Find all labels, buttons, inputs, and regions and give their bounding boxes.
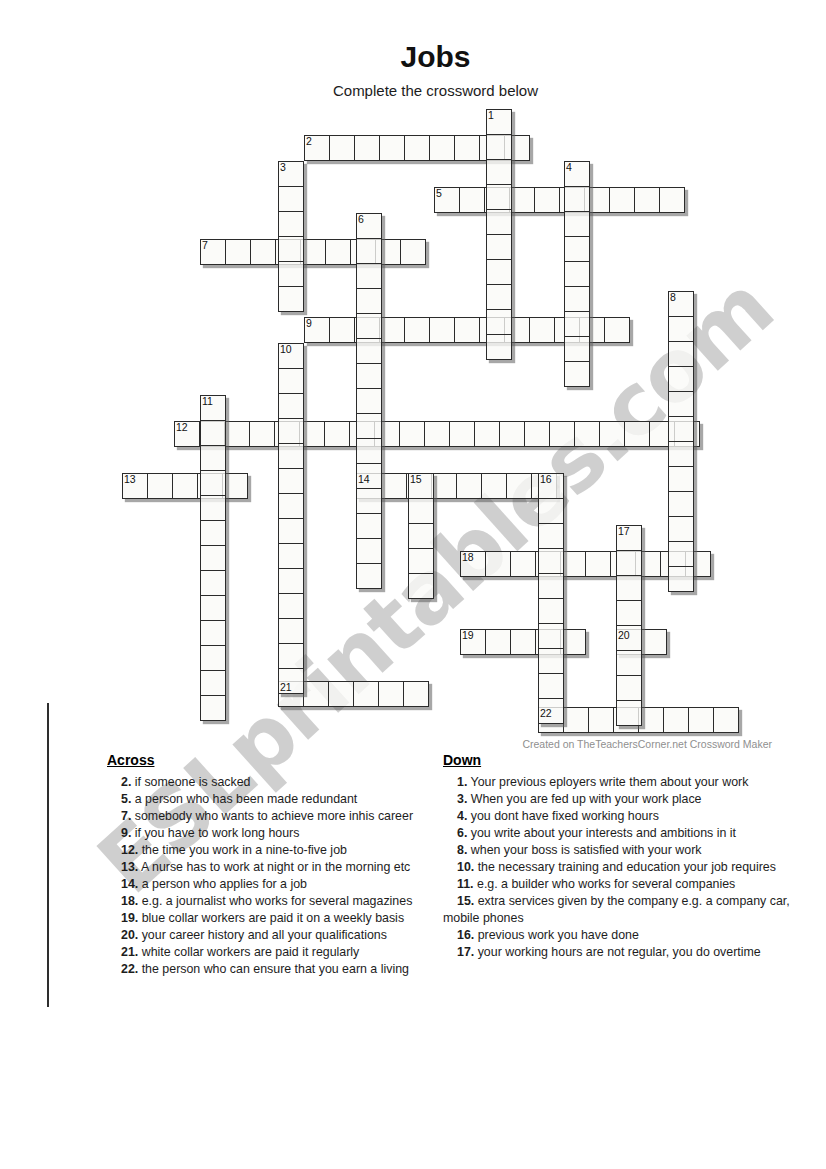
clue-number-19: 19: [462, 630, 474, 641]
down-header: Down: [443, 752, 791, 769]
clue-number-11: 11: [202, 396, 213, 407]
cell-r17-c14[interactable]: [485, 551, 511, 577]
cell-r9-c9[interactable]: [356, 338, 382, 364]
cell-r9-c21[interactable]: [668, 341, 694, 367]
cell-r20-c16[interactable]: [538, 623, 564, 649]
cell-r21-c19[interactable]: [616, 650, 642, 676]
cell-r19-c6[interactable]: [278, 593, 304, 619]
clue-number-12: 12: [176, 422, 188, 433]
cell-r15-c3[interactable]: [200, 495, 226, 521]
down-word-1: [486, 109, 512, 360]
page-subtitle: Complete the crossword below: [122, 82, 749, 99]
down-word-3: [278, 161, 304, 312]
down-word-4: [564, 161, 590, 387]
down-word-6: [356, 213, 382, 589]
across-word-14: [356, 473, 557, 499]
cell-r22-c7[interactable]: [303, 681, 329, 707]
down-clue-11: 11. e.g. a builder who works for several…: [443, 876, 791, 893]
cell-r14-c21[interactable]: [668, 466, 694, 492]
down-clue-17: 17. your working hours are not regular, …: [443, 944, 791, 961]
across-clue-20: 20. your career history and all your qua…: [107, 927, 453, 944]
cell-r5-c17[interactable]: [564, 236, 590, 262]
clue-number-10: 10: [280, 344, 292, 355]
across-clue-14: 14. a person who applies for a job: [107, 876, 453, 893]
cell-r23-c19[interactable]: [616, 700, 642, 726]
clue-number-8: 8: [670, 292, 676, 303]
cell-r12-c9[interactable]: [356, 413, 382, 439]
page-edge-line: [47, 703, 49, 1007]
cell-r17-c6[interactable]: [278, 543, 304, 569]
cell-r23-c23[interactable]: [713, 707, 739, 733]
cell-r8-c10[interactable]: [379, 317, 405, 343]
cell-r21-c6[interactable]: [278, 643, 304, 669]
cell-r15-c9[interactable]: [356, 488, 382, 514]
cell-r8-c14[interactable]: [486, 309, 512, 335]
cell-r13-c21[interactable]: [668, 441, 694, 467]
cell-r16-c11[interactable]: [408, 523, 434, 549]
cell-r14-c12[interactable]: [431, 473, 457, 499]
cell-r18-c21[interactable]: [668, 566, 694, 592]
across-clue-7: 7. somebody who wants to achieve more in…: [107, 808, 453, 825]
cell-r21-c3[interactable]: [200, 645, 226, 671]
cell-r23-c22[interactable]: [688, 707, 714, 733]
cell-r3-c20[interactable]: [634, 187, 660, 213]
cell-r22-c16[interactable]: [538, 673, 564, 699]
cell-r17-c3[interactable]: [200, 545, 226, 571]
cell-r10-c6[interactable]: [278, 368, 304, 394]
cell-r17-c16[interactable]: [538, 548, 564, 574]
down-clue-3: 3. When you are fed up with your work pl…: [443, 791, 791, 808]
clue-number-15: 15: [410, 474, 422, 485]
across-clue-12: 12. the time you work in a nine-to-five …: [107, 842, 453, 859]
cell-r6-c9[interactable]: [356, 263, 382, 289]
cell-r11-c6[interactable]: [278, 393, 304, 419]
cell-r18-c3[interactable]: [200, 570, 226, 596]
cell-r5-c4[interactable]: [225, 239, 251, 265]
cell-r12-c6[interactable]: [278, 418, 304, 444]
cell-r1-c12[interactable]: [429, 135, 455, 161]
cell-r8-c9[interactable]: [356, 313, 382, 339]
cell-r5-c5[interactable]: [250, 239, 276, 265]
cell-r12-c5[interactable]: [249, 421, 275, 447]
cell-r12-c20[interactable]: [624, 421, 650, 447]
cell-r3-c19[interactable]: [609, 187, 635, 213]
cell-r12-c15[interactable]: [499, 421, 525, 447]
across-header: Across: [107, 752, 453, 769]
cell-r19-c16[interactable]: [538, 598, 564, 624]
cell-r5-c6[interactable]: [278, 236, 304, 262]
cell-r15-c21[interactable]: [668, 491, 694, 517]
cell-r6-c17[interactable]: [564, 261, 590, 287]
cell-r20-c20[interactable]: [641, 629, 667, 655]
clue-number-3: 3: [280, 162, 286, 173]
down-word-17: [616, 525, 642, 726]
clue-number-17: 17: [618, 526, 630, 537]
cell-r15-c16[interactable]: [538, 498, 564, 524]
cell-r3-c14[interactable]: [486, 184, 512, 210]
down-clue-6: 6. you write about your interests and am…: [443, 825, 791, 842]
cell-r22-c19[interactable]: [616, 675, 642, 701]
down-clue-1: 1. Your previous eployers write them abo…: [443, 774, 791, 791]
cell-r10-c17[interactable]: [564, 361, 590, 387]
down-word-8: [668, 291, 694, 592]
cell-r15-c6[interactable]: [278, 493, 304, 519]
cell-r19-c3[interactable]: [200, 595, 226, 621]
cell-r12-c14[interactable]: [474, 421, 500, 447]
cell-r9-c17[interactable]: [564, 336, 590, 362]
down-clue-16: 16. previous work you have done: [443, 927, 791, 944]
across-clue-list: 2. if someone is sacked5. a person who h…: [107, 774, 453, 978]
cell-r7-c6[interactable]: [278, 286, 304, 312]
clue-number-13: 13: [124, 474, 136, 485]
cell-r5-c9[interactable]: [356, 238, 382, 264]
cell-r17-c21[interactable]: [668, 541, 694, 567]
cell-r16-c3[interactable]: [200, 520, 226, 546]
cell-r8-c16[interactable]: [529, 317, 555, 343]
cell-r15-c11[interactable]: [408, 498, 434, 524]
cell-r6-c14[interactable]: [486, 259, 512, 285]
clue-number-18: 18: [462, 552, 474, 563]
cell-r5-c11[interactable]: [400, 239, 426, 265]
across-clues-section: Across 2. if someone is sacked5. a perso…: [107, 752, 453, 978]
cell-r12-c18[interactable]: [574, 421, 600, 447]
cell-r18-c9[interactable]: [356, 563, 382, 589]
cell-r12-c3[interactable]: [200, 420, 226, 446]
across-clue-19: 19. blue collar workers are paid it on a…: [107, 910, 453, 927]
cell-r18-c11[interactable]: [408, 573, 434, 599]
clue-number-21: 21: [280, 682, 292, 693]
cell-r3-c16[interactable]: [534, 187, 560, 213]
cell-r8-c21[interactable]: [668, 316, 694, 342]
across-word-12: [174, 421, 700, 447]
cell-r8-c11[interactable]: [404, 317, 430, 343]
cell-r2-c14[interactable]: [486, 159, 512, 185]
across-word-13: [122, 473, 248, 499]
cell-r7-c9[interactable]: [356, 288, 382, 314]
cell-r14-c14[interactable]: [481, 473, 507, 499]
clue-number-20: 20: [618, 630, 630, 641]
cell-r7-c17[interactable]: [564, 286, 590, 312]
down-clue-15: 15. extra services given by the company …: [443, 893, 791, 927]
across-clue-5: 5. a person who has been made redundant: [107, 791, 453, 808]
crossword-board: [122, 109, 746, 733]
cell-r8-c8[interactable]: [329, 317, 355, 343]
cell-r21-c16[interactable]: [538, 648, 564, 674]
cell-r14-c1[interactable]: [147, 473, 173, 499]
cell-r4-c6[interactable]: [278, 211, 304, 237]
across-clue-18: 18. e.g. a journalist who works for seve…: [107, 893, 453, 910]
cell-r12-c4[interactable]: [224, 421, 250, 447]
cell-r8-c19[interactable]: [604, 317, 630, 343]
cell-r12-c12[interactable]: [424, 421, 450, 447]
cell-r23-c17[interactable]: [563, 707, 589, 733]
clue-number-6: 6: [358, 214, 364, 225]
cell-r12-c11[interactable]: [399, 421, 425, 447]
cell-r20-c6[interactable]: [278, 618, 304, 644]
cell-r9-c14[interactable]: [486, 334, 512, 360]
cell-r14-c15[interactable]: [506, 473, 532, 499]
cell-r17-c9[interactable]: [356, 538, 382, 564]
cell-r3-c6[interactable]: [278, 186, 304, 212]
across-clue-9: 9. if you have to work long hours: [107, 825, 453, 842]
cell-r3-c17[interactable]: [564, 186, 590, 212]
cell-r12-c16[interactable]: [524, 421, 550, 447]
clue-number-1: 1: [488, 110, 494, 121]
cell-r18-c16[interactable]: [538, 573, 564, 599]
cell-r23-c3[interactable]: [200, 695, 226, 721]
across-word-5: [434, 187, 685, 213]
cell-r1-c13[interactable]: [454, 135, 480, 161]
cell-r16-c9[interactable]: [356, 513, 382, 539]
cell-r12-c8[interactable]: [324, 421, 350, 447]
clue-number-7: 7: [202, 240, 208, 251]
cell-r12-c19[interactable]: [599, 421, 625, 447]
cell-r5-c14[interactable]: [486, 234, 512, 260]
cell-r12-c21[interactable]: [668, 416, 694, 442]
page-title: Jobs: [122, 40, 749, 74]
cell-r1-c8[interactable]: [329, 135, 355, 161]
cell-r11-c21[interactable]: [668, 391, 694, 417]
cell-r22-c8[interactable]: [328, 681, 354, 707]
cell-r22-c3[interactable]: [200, 670, 226, 696]
cell-r17-c11[interactable]: [408, 548, 434, 574]
down-word-11: [200, 395, 226, 721]
cell-r23-c18[interactable]: [588, 707, 614, 733]
cell-r14-c13[interactable]: [456, 473, 482, 499]
cell-r3-c21[interactable]: [659, 187, 685, 213]
cell-r10-c21[interactable]: [668, 366, 694, 392]
down-clue-8: 8. when your boss is satisfied with your…: [443, 842, 791, 859]
cell-r17-c19[interactable]: [616, 550, 642, 576]
cell-r1-c9[interactable]: [354, 135, 380, 161]
down-clue-10: 10. the necessary training and education…: [443, 859, 791, 876]
cell-r18-c19[interactable]: [616, 575, 642, 601]
cell-r20-c15[interactable]: [510, 629, 536, 655]
cell-r19-c19[interactable]: [616, 600, 642, 626]
cell-r8-c12[interactable]: [429, 317, 455, 343]
across-clue-13: 13. A nurse has to work at night or in t…: [107, 859, 453, 876]
cell-r16-c21[interactable]: [668, 516, 694, 542]
cell-r3-c13[interactable]: [459, 187, 485, 213]
cell-r17-c18[interactable]: [585, 551, 611, 577]
across-word-19: [460, 629, 586, 655]
cell-r8-c13[interactable]: [454, 317, 480, 343]
cell-r6-c6[interactable]: [278, 261, 304, 287]
cell-r10-c9[interactable]: [356, 363, 382, 389]
across-clue-22: 22. the person who can ensure that you e…: [107, 961, 453, 978]
footer-credit: Created on TheTeachersCorner.net Crosswo…: [380, 738, 772, 750]
clue-number-4: 4: [566, 162, 572, 173]
cell-r22-c11[interactable]: [403, 681, 429, 707]
across-clue-2: 2. if someone is sacked: [107, 774, 453, 791]
clue-number-5: 5: [436, 188, 442, 199]
cell-r3-c15[interactable]: [509, 187, 535, 213]
cell-r23-c21[interactable]: [663, 707, 689, 733]
cell-r1-c11[interactable]: [404, 135, 430, 161]
cell-r14-c6[interactable]: [278, 468, 304, 494]
cell-r13-c9[interactable]: [356, 438, 382, 464]
clue-number-9: 9: [306, 318, 312, 329]
worksheet-page: ESLprintables.com Jobs Complete the cros…: [0, 0, 826, 1169]
cell-r12-c13[interactable]: [449, 421, 475, 447]
clue-number-14: 14: [358, 474, 370, 485]
cell-r20-c3[interactable]: [200, 620, 226, 646]
clue-number-22: 22: [540, 708, 552, 719]
clue-number-16: 16: [540, 474, 552, 485]
cell-r8-c17[interactable]: [564, 311, 590, 337]
cell-r7-c14[interactable]: [486, 284, 512, 310]
cell-r4-c14[interactable]: [486, 209, 512, 235]
down-clue-list: 1. Your previous eployers write them abo…: [443, 774, 791, 961]
down-word-15: [408, 473, 434, 599]
cell-r13-c6[interactable]: [278, 443, 304, 469]
cell-r14-c2[interactable]: [172, 473, 198, 499]
clue-number-2: 2: [306, 136, 312, 147]
cell-r13-c3[interactable]: [200, 445, 226, 471]
across-word-7: [200, 239, 426, 265]
down-word-10: [278, 343, 304, 694]
cell-r1-c14[interactable]: [486, 134, 512, 160]
cell-r16-c16[interactable]: [538, 523, 564, 549]
cell-r11-c9[interactable]: [356, 388, 382, 414]
cell-r5-c8[interactable]: [325, 239, 351, 265]
cell-r14-c3[interactable]: [200, 470, 226, 496]
down-clue-4: 4. you dont have fixed working hours: [443, 808, 791, 825]
down-word-16: [538, 473, 564, 724]
cell-r12-c17[interactable]: [549, 421, 575, 447]
cell-r4-c17[interactable]: [564, 211, 590, 237]
cell-r22-c9[interactable]: [353, 681, 379, 707]
cell-r16-c6[interactable]: [278, 518, 304, 544]
cell-r18-c6[interactable]: [278, 568, 304, 594]
across-clue-21: 21. white collar workers are paid it reg…: [107, 944, 453, 961]
down-clues-section: Down 1. Your previous eployers write the…: [443, 752, 791, 961]
cell-r17-c15[interactable]: [510, 551, 536, 577]
cell-r22-c10[interactable]: [378, 681, 404, 707]
cell-r20-c14[interactable]: [485, 629, 511, 655]
cell-r14-c10[interactable]: [381, 473, 407, 499]
cell-r1-c10[interactable]: [379, 135, 405, 161]
